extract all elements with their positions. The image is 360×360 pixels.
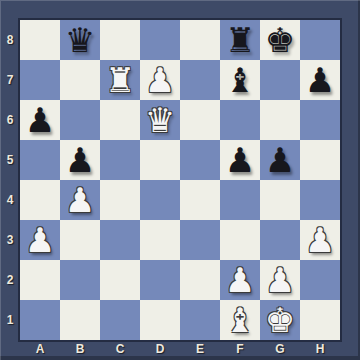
white-pawn-d7[interactable]: ♟ [145,60,175,100]
square-h1[interactable] [300,300,340,340]
square-d4[interactable] [140,180,180,220]
square-h5[interactable] [300,140,340,180]
square-h2[interactable] [300,260,340,300]
black-pawn-a6[interactable]: ♟ [25,100,55,140]
square-e3[interactable] [180,220,220,260]
white-pawn-a3[interactable]: ♟ [25,220,55,260]
black-bishop-f7[interactable]: ♝ [225,60,255,100]
rank-label-7: 7 [0,60,20,100]
square-d2[interactable] [140,260,180,300]
square-g2[interactable]: ♟ [260,260,300,300]
chess-board-frame: 87654321 ♛♜♚♜♟♝♟♟♛♟♟♟♟♟♟♟♟♝♚ ABCDEFGH [0,0,360,360]
rank-label-6: 6 [0,100,20,140]
square-e5[interactable] [180,140,220,180]
square-h3[interactable]: ♟ [300,220,340,260]
square-a2[interactable] [20,260,60,300]
black-pawn-h7[interactable]: ♟ [305,60,335,100]
square-c3[interactable] [100,220,140,260]
square-c6[interactable] [100,100,140,140]
black-king-g8[interactable]: ♚ [265,20,295,60]
square-f5[interactable]: ♟ [220,140,260,180]
file-label-b: B [60,340,100,358]
square-g5[interactable]: ♟ [260,140,300,180]
rank-label-2: 2 [0,260,20,300]
square-h4[interactable] [300,180,340,220]
white-bishop-f1[interactable]: ♝ [225,300,255,340]
square-g4[interactable] [260,180,300,220]
square-a1[interactable] [20,300,60,340]
black-pawn-b5[interactable]: ♟ [65,140,95,180]
square-f3[interactable] [220,220,260,260]
rank-labels: 87654321 [0,20,20,340]
square-b2[interactable] [60,260,100,300]
square-c7[interactable]: ♜ [100,60,140,100]
rank-label-1: 1 [0,300,20,340]
square-e7[interactable] [180,60,220,100]
square-h6[interactable] [300,100,340,140]
black-rook-f8[interactable]: ♜ [225,20,255,60]
file-label-a: A [20,340,60,358]
square-b3[interactable] [60,220,100,260]
square-a7[interactable] [20,60,60,100]
square-b5[interactable]: ♟ [60,140,100,180]
square-b8[interactable]: ♛ [60,20,100,60]
square-d1[interactable] [140,300,180,340]
square-d8[interactable] [140,20,180,60]
square-h8[interactable] [300,20,340,60]
file-label-e: E [180,340,220,358]
square-g3[interactable] [260,220,300,260]
square-e2[interactable] [180,260,220,300]
white-king-g1[interactable]: ♚ [265,300,295,340]
black-pawn-g5[interactable]: ♟ [265,140,295,180]
chess-board: ♛♜♚♜♟♝♟♟♛♟♟♟♟♟♟♟♟♝♚ [20,20,340,340]
square-d6[interactable]: ♛ [140,100,180,140]
white-rook-c7[interactable]: ♜ [105,60,135,100]
file-label-f: F [220,340,260,358]
square-b1[interactable] [60,300,100,340]
square-a4[interactable] [20,180,60,220]
square-d3[interactable] [140,220,180,260]
square-c1[interactable] [100,300,140,340]
square-e4[interactable] [180,180,220,220]
file-label-h: H [300,340,340,358]
black-pawn-f5[interactable]: ♟ [225,140,255,180]
square-c5[interactable] [100,140,140,180]
file-label-d: D [140,340,180,358]
white-pawn-g2[interactable]: ♟ [265,260,295,300]
square-f4[interactable] [220,180,260,220]
square-a3[interactable]: ♟ [20,220,60,260]
square-a8[interactable] [20,20,60,60]
square-b7[interactable] [60,60,100,100]
square-f8[interactable]: ♜ [220,20,260,60]
white-queen-d6[interactable]: ♛ [145,100,175,140]
square-b4[interactable]: ♟ [60,180,100,220]
file-labels: ABCDEFGH [20,340,340,358]
square-c4[interactable] [100,180,140,220]
white-pawn-f2[interactable]: ♟ [225,260,255,300]
square-f6[interactable] [220,100,260,140]
square-d7[interactable]: ♟ [140,60,180,100]
square-h7[interactable]: ♟ [300,60,340,100]
square-g8[interactable]: ♚ [260,20,300,60]
square-f7[interactable]: ♝ [220,60,260,100]
square-e6[interactable] [180,100,220,140]
file-label-g: G [260,340,300,358]
square-b6[interactable] [60,100,100,140]
rank-label-5: 5 [0,140,20,180]
square-e8[interactable] [180,20,220,60]
square-c8[interactable] [100,20,140,60]
square-a6[interactable]: ♟ [20,100,60,140]
square-d5[interactable] [140,140,180,180]
square-f1[interactable]: ♝ [220,300,260,340]
square-g1[interactable]: ♚ [260,300,300,340]
square-e1[interactable] [180,300,220,340]
rank-label-4: 4 [0,180,20,220]
white-pawn-h3[interactable]: ♟ [305,220,335,260]
white-pawn-b4[interactable]: ♟ [65,180,95,220]
rank-label-8: 8 [0,20,20,60]
black-queen-b8[interactable]: ♛ [65,20,95,60]
file-label-c: C [100,340,140,358]
square-f2[interactable]: ♟ [220,260,260,300]
square-g6[interactable] [260,100,300,140]
square-a5[interactable] [20,140,60,180]
square-c2[interactable] [100,260,140,300]
rank-label-3: 3 [0,220,20,260]
square-g7[interactable] [260,60,300,100]
